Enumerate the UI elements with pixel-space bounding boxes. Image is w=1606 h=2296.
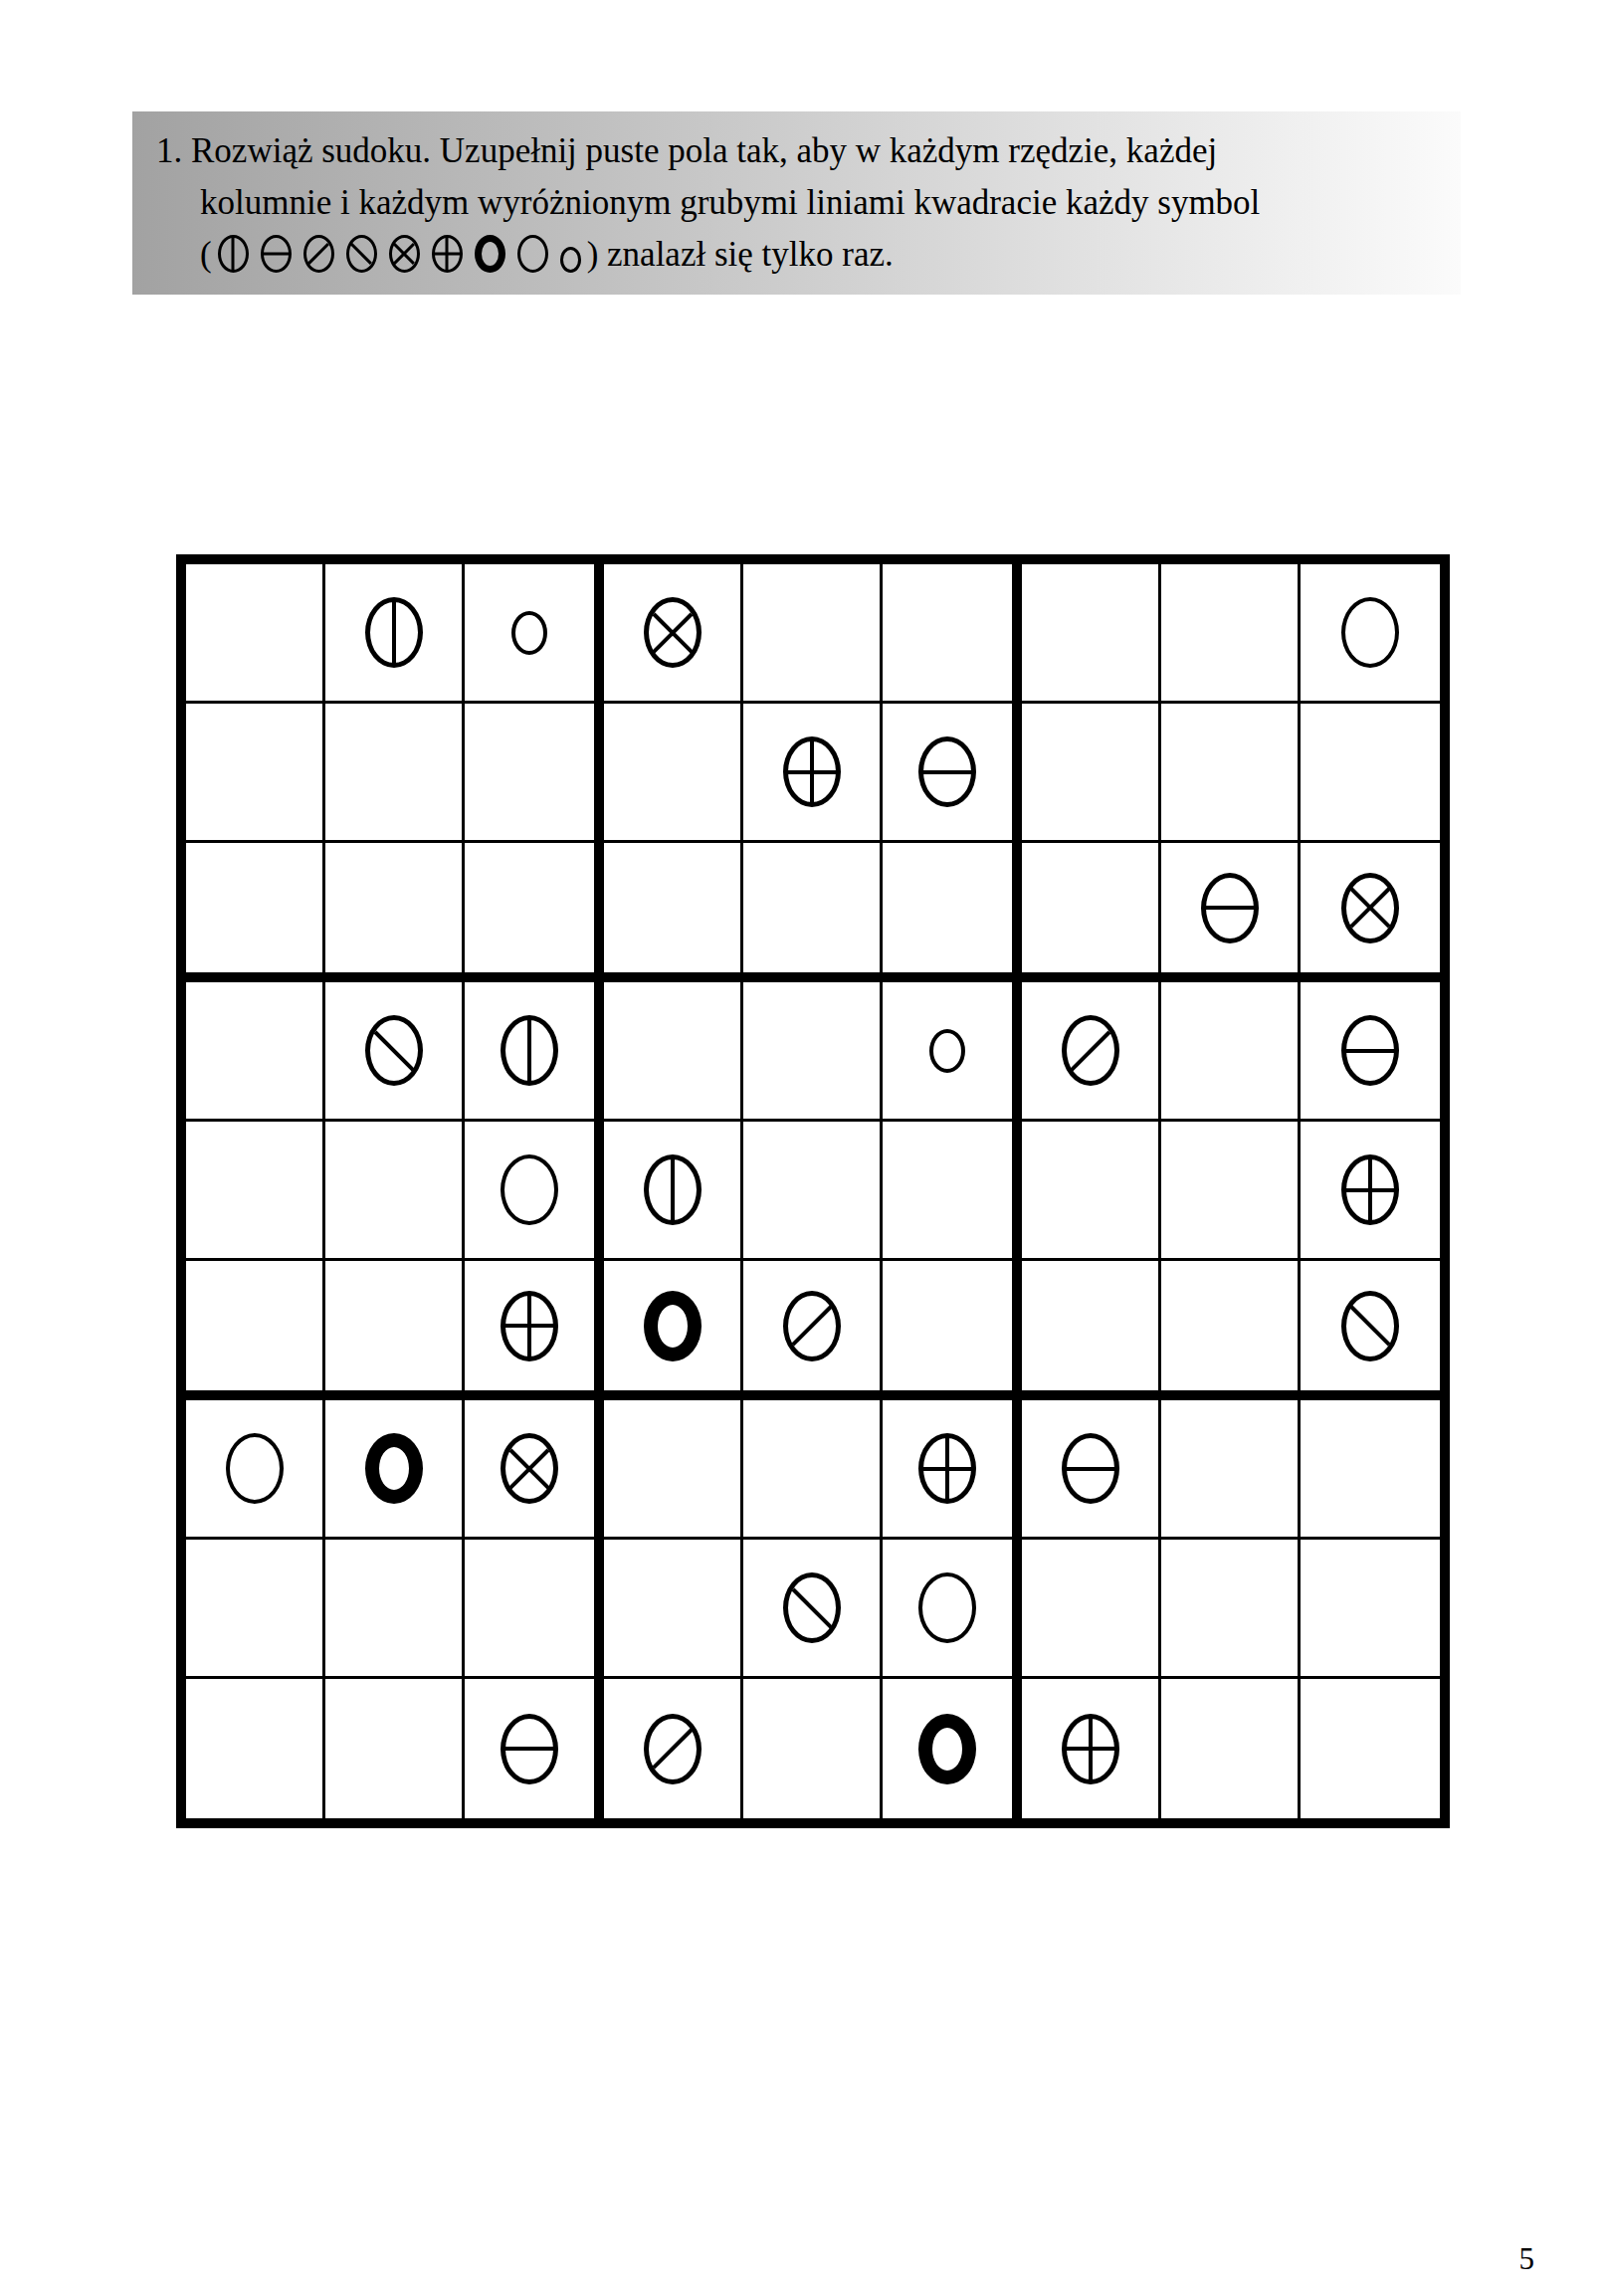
cell-r6c4 <box>604 1261 743 1400</box>
cell-r8c1[interactable] <box>186 1540 325 1679</box>
cell-r7c7 <box>1022 1400 1161 1540</box>
cell-r3c4[interactable] <box>604 843 743 982</box>
cell-r9c3 <box>465 1679 604 1818</box>
cell-r9c6 <box>883 1679 1022 1818</box>
cell-r2c8[interactable] <box>1161 704 1301 843</box>
cell-r9c7 <box>1022 1679 1161 1818</box>
cell-r1c4 <box>604 564 743 704</box>
cell-r2c4[interactable] <box>604 704 743 843</box>
cell-r6c5 <box>743 1261 883 1400</box>
cell-r7c4[interactable] <box>604 1400 743 1540</box>
symbol-bslash-icon <box>346 235 377 273</box>
cell-r4c1[interactable] <box>186 982 325 1122</box>
symbol-circle-icon <box>517 235 548 273</box>
cell-r7c6 <box>883 1400 1022 1540</box>
symbol-plus-icon <box>783 736 841 807</box>
symbol-small-icon <box>511 611 547 655</box>
cell-r1c8[interactable] <box>1161 564 1301 704</box>
cell-r4c9 <box>1301 982 1440 1122</box>
symbol-plus-icon <box>1341 1154 1399 1225</box>
cell-r1c5[interactable] <box>743 564 883 704</box>
instruction-box: 1. Rozwiąż sudoku. Uzupełnij puste pola … <box>132 111 1461 295</box>
symbol-bold-icon <box>918 1714 976 1784</box>
cell-r9c9[interactable] <box>1301 1679 1440 1818</box>
page-number: 5 <box>1519 2241 1535 2277</box>
symbol-slash-icon <box>303 235 334 273</box>
symbol-slash-icon <box>644 1714 702 1784</box>
symbol-minus-icon <box>1062 1433 1119 1504</box>
symbol-times-icon <box>1341 873 1399 943</box>
cell-r7c3 <box>465 1400 604 1540</box>
cell-r8c6 <box>883 1540 1022 1679</box>
cell-r4c8[interactable] <box>1161 982 1301 1122</box>
cell-r5c1[interactable] <box>186 1122 325 1261</box>
legend-open-paren: ( <box>200 235 212 274</box>
symbol-bslash-icon <box>783 1572 841 1643</box>
cell-r7c2 <box>325 1400 465 1540</box>
cell-r4c7 <box>1022 982 1161 1122</box>
cell-r2c6 <box>883 704 1022 843</box>
symbol-slash-icon <box>1062 1015 1119 1086</box>
symbol-slash-icon <box>783 1291 841 1361</box>
cell-r8c3[interactable] <box>465 1540 604 1679</box>
cell-r5c7[interactable] <box>1022 1122 1161 1261</box>
cell-r6c6[interactable] <box>883 1261 1022 1400</box>
cell-r9c5[interactable] <box>743 1679 883 1818</box>
symbol-minus-icon <box>261 235 292 273</box>
cell-r4c6 <box>883 982 1022 1122</box>
cell-r8c5 <box>743 1540 883 1679</box>
symbol-circle-icon <box>1341 597 1399 668</box>
cell-r3c2[interactable] <box>325 843 465 982</box>
cell-r6c2[interactable] <box>325 1261 465 1400</box>
cell-r7c5[interactable] <box>743 1400 883 1540</box>
cell-r6c3 <box>465 1261 604 1400</box>
cell-r6c9 <box>1301 1261 1440 1400</box>
cell-r7c9[interactable] <box>1301 1400 1440 1540</box>
symbol-circle-icon <box>226 1433 284 1504</box>
cell-r1c1[interactable] <box>186 564 325 704</box>
cell-r4c5[interactable] <box>743 982 883 1122</box>
symbol-bold-icon <box>475 235 505 273</box>
symbol-bslash-icon <box>1341 1291 1399 1361</box>
symbol-vbar-icon <box>644 1154 702 1225</box>
cell-r3c1[interactable] <box>186 843 325 982</box>
symbol-vbar-icon <box>218 235 249 273</box>
cell-r2c5 <box>743 704 883 843</box>
symbol-bold-icon <box>644 1291 702 1361</box>
symbol-plus-icon <box>1062 1714 1119 1784</box>
cell-r6c7[interactable] <box>1022 1261 1161 1400</box>
cell-r2c1[interactable] <box>186 704 325 843</box>
symbol-minus-icon <box>501 1714 558 1784</box>
symbol-minus-icon <box>918 736 976 807</box>
symbol-bslash-icon <box>365 1015 423 1086</box>
symbol-times-icon <box>389 235 420 273</box>
cell-r1c9 <box>1301 564 1440 704</box>
symbol-minus-icon <box>1201 873 1259 943</box>
cell-r8c8[interactable] <box>1161 1540 1301 1679</box>
symbol-times-icon <box>644 597 702 668</box>
cell-r4c4[interactable] <box>604 982 743 1122</box>
cell-r5c4 <box>604 1122 743 1261</box>
cell-r2c9[interactable] <box>1301 704 1440 843</box>
symbol-small-icon <box>560 247 581 273</box>
instruction-line-2: kolumnie i każdym wyróżnionym grubymi li… <box>200 177 1437 229</box>
cell-r9c2[interactable] <box>325 1679 465 1818</box>
cell-r1c3 <box>465 564 604 704</box>
cell-r3c5[interactable] <box>743 843 883 982</box>
cell-r9c8[interactable] <box>1161 1679 1301 1818</box>
cell-r3c9 <box>1301 843 1440 982</box>
symbol-small-icon <box>929 1029 965 1073</box>
symbol-plus-icon <box>432 235 463 273</box>
cell-r1c2 <box>325 564 465 704</box>
sudoku-board <box>176 554 1450 1828</box>
cell-r1c6[interactable] <box>883 564 1022 704</box>
cell-r5c3 <box>465 1122 604 1261</box>
cell-r4c2 <box>325 982 465 1122</box>
cell-r6c8[interactable] <box>1161 1261 1301 1400</box>
symbol-times-icon <box>501 1433 558 1504</box>
symbol-bold-icon <box>365 1433 423 1504</box>
cell-r3c8 <box>1161 843 1301 982</box>
symbol-circle-icon <box>501 1154 558 1225</box>
symbol-plus-icon <box>501 1291 558 1361</box>
symbol-minus-icon <box>1341 1015 1399 1086</box>
cell-r5c9 <box>1301 1122 1440 1261</box>
symbol-vbar-icon <box>365 597 423 668</box>
instruction-line-3: () znalazł się tylko raz. <box>200 229 1437 281</box>
cell-r8c9[interactable] <box>1301 1540 1440 1679</box>
cell-r3c6[interactable] <box>883 843 1022 982</box>
cell-r3c3[interactable] <box>465 843 604 982</box>
cell-r5c6[interactable] <box>883 1122 1022 1261</box>
symbol-plus-icon <box>918 1433 976 1504</box>
instruction-text-1: 1. Rozwiąż sudoku. Uzupełnij puste pola … <box>156 131 1217 170</box>
symbol-vbar-icon <box>501 1015 558 1086</box>
cell-r9c1[interactable] <box>186 1679 325 1818</box>
cell-r2c3[interactable] <box>465 704 604 843</box>
cell-r8c2[interactable] <box>325 1540 465 1679</box>
cell-r2c7[interactable] <box>1022 704 1161 843</box>
cell-r8c7[interactable] <box>1022 1540 1161 1679</box>
cell-r8c4[interactable] <box>604 1540 743 1679</box>
cell-r1c7[interactable] <box>1022 564 1161 704</box>
instruction-text-2: kolumnie i każdym wyróżnionym grubymi li… <box>200 183 1260 222</box>
symbol-legend <box>212 235 587 274</box>
cell-r7c1 <box>186 1400 325 1540</box>
cell-r7c8[interactable] <box>1161 1400 1301 1540</box>
instruction-line-1: 1. Rozwiąż sudoku. Uzupełnij puste pola … <box>156 125 1437 177</box>
cell-r2c2[interactable] <box>325 704 465 843</box>
cell-r6c1[interactable] <box>186 1261 325 1400</box>
cell-r5c8[interactable] <box>1161 1122 1301 1261</box>
cell-r3c7[interactable] <box>1022 843 1161 982</box>
cell-r5c5[interactable] <box>743 1122 883 1261</box>
cell-r4c3 <box>465 982 604 1122</box>
cell-r9c4 <box>604 1679 743 1818</box>
cell-r5c2[interactable] <box>325 1122 465 1261</box>
symbol-circle-icon <box>918 1572 976 1643</box>
legend-close-text: ) znalazł się tylko raz. <box>587 235 894 274</box>
